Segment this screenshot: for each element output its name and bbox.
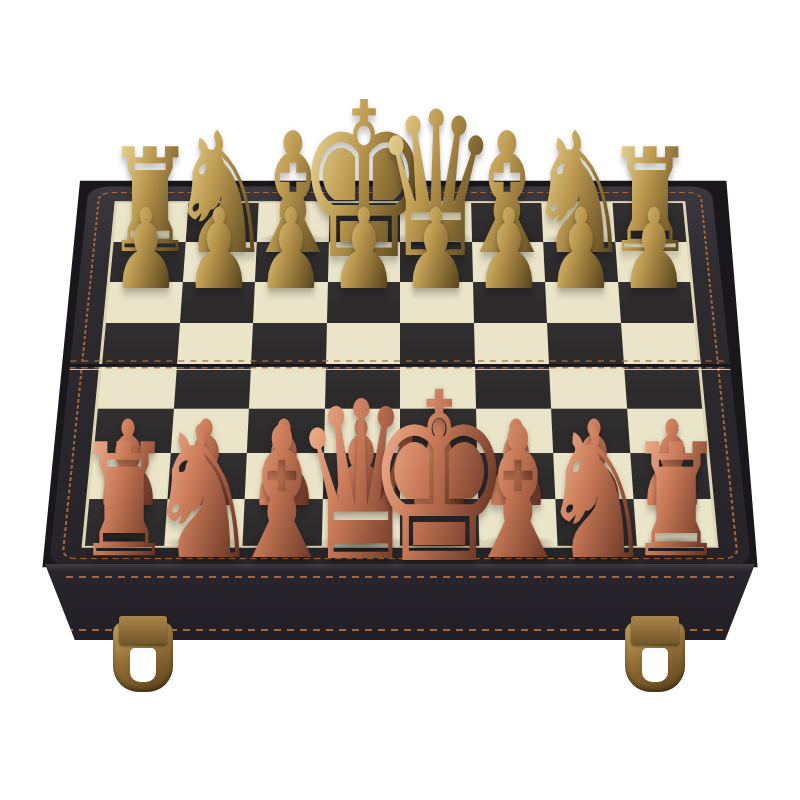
square-c8 [257,203,330,242]
square-c7 [255,242,328,282]
latch-ring-hole [130,648,156,682]
square-f8 [471,203,544,242]
square-d8 [328,203,400,242]
square-e7 [400,242,473,282]
chess-set-product-photo: ♜♞♝♚♛♝♞♜♟♟♟♟♟♟♟♟♟♟♟♟♟♟♟♟♜♞♝♛♚♝♞♜ [0,0,800,800]
square-b4 [173,365,251,408]
square-a5 [102,323,179,365]
square-g8 [541,203,614,242]
square-a2 [89,453,170,499]
square-c5 [251,323,326,365]
square-b5 [177,323,253,365]
square-e4 [400,365,476,408]
square-c2 [245,453,324,499]
square-a3 [94,408,174,453]
chess-board [82,201,719,547]
square-a7 [110,242,185,282]
latch-ring-hole [642,648,668,682]
fold-hinge-seam [69,360,730,370]
square-d5 [326,323,401,365]
square-a8 [114,203,188,242]
square-a4 [98,365,177,408]
square-e5 [400,323,475,365]
square-h5 [621,323,698,365]
square-g7 [543,242,617,282]
square-b7 [182,242,256,282]
square-b6 [179,282,254,323]
square-g4 [549,365,627,408]
square-d6 [326,282,400,323]
square-e2 [400,453,478,499]
square-f3 [476,408,554,453]
square-d1 [321,499,400,546]
square-d7 [327,242,400,282]
square-h6 [618,282,694,323]
front-stitching-top [66,576,733,578]
square-b3 [170,408,249,453]
latch-left [111,616,175,698]
square-e8 [400,203,472,242]
board-top-face [49,186,751,566]
square-b1 [164,499,245,546]
square-g3 [551,408,630,453]
latch-plate [119,616,167,644]
latch-right [623,616,687,698]
square-g2 [553,453,633,499]
square-f6 [473,282,547,323]
square-c3 [247,408,325,453]
square-g1 [555,499,636,546]
square-f5 [474,323,549,365]
square-h8 [612,203,686,242]
square-f7 [472,242,545,282]
square-d2 [322,453,400,499]
latch-plate [631,616,679,644]
square-h7 [615,242,690,282]
square-f4 [475,365,552,408]
square-c4 [249,365,326,408]
square-h4 [624,365,703,408]
square-h3 [627,408,707,453]
square-c6 [253,282,327,323]
square-c1 [242,499,322,546]
square-f1 [478,499,558,546]
square-g5 [547,323,623,365]
square-h2 [630,453,711,499]
square-b2 [167,453,247,499]
square-a6 [106,282,182,323]
square-h1 [633,499,715,546]
square-a1 [85,499,167,546]
square-d3 [323,408,400,453]
square-g6 [545,282,620,323]
square-f2 [477,453,556,499]
square-e3 [400,408,477,453]
square-e6 [400,282,474,323]
square-b8 [185,203,258,242]
square-d4 [324,365,400,408]
square-e1 [400,499,479,546]
